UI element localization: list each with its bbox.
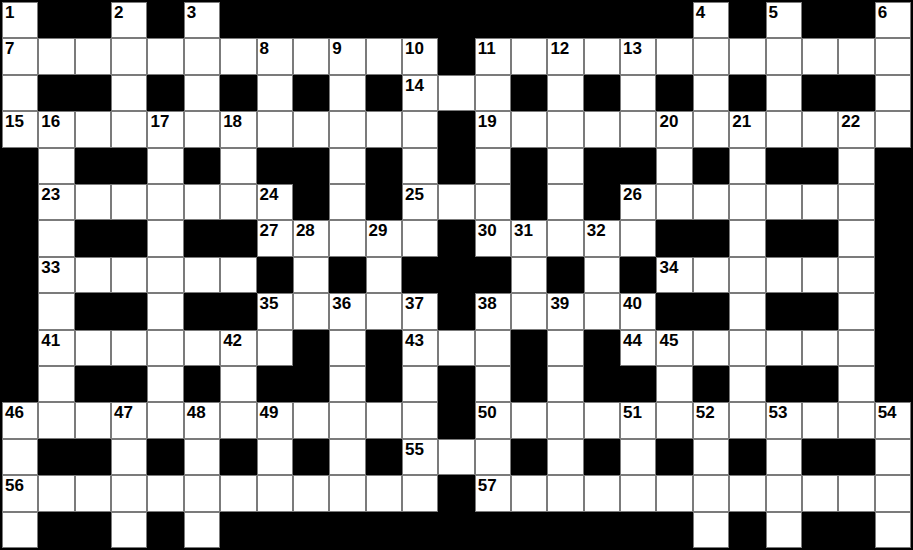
white-cell-r2-c14[interactable]: 11 bbox=[475, 38, 511, 74]
black-cell-r13-c2 bbox=[38, 439, 74, 475]
white-cell-r10-c4[interactable] bbox=[111, 330, 147, 366]
white-cell-r14-c5[interactable] bbox=[147, 475, 183, 511]
white-cell-r14-c24[interactable] bbox=[838, 475, 874, 511]
black-cell-r1-c16 bbox=[547, 2, 583, 38]
white-cell-r13-c10[interactable] bbox=[329, 439, 365, 475]
white-cell-r12-c7[interactable] bbox=[220, 402, 256, 438]
white-cell-r7-c11[interactable]: 29 bbox=[366, 220, 402, 256]
white-cell-r14-c11[interactable] bbox=[366, 475, 402, 511]
white-cell-r3-c6[interactable] bbox=[184, 75, 220, 111]
white-cell-r14-c16[interactable] bbox=[547, 475, 583, 511]
white-cell-r8-c20[interactable] bbox=[693, 257, 729, 293]
white-cell-r10-c23[interactable] bbox=[802, 330, 838, 366]
white-cell-r6-c14[interactable] bbox=[475, 184, 511, 220]
white-cell-r6-c21[interactable] bbox=[729, 184, 765, 220]
white-cell-r4-c14[interactable]: 19 bbox=[475, 111, 511, 147]
white-cell-r13-c20[interactable] bbox=[693, 439, 729, 475]
white-cell-r7-c24[interactable] bbox=[838, 220, 874, 256]
white-cell-r1-c25[interactable]: 6 bbox=[875, 2, 911, 38]
white-cell-r2-c25[interactable] bbox=[875, 38, 911, 74]
white-cell-r13-c16[interactable] bbox=[547, 439, 583, 475]
white-cell-r8-c2[interactable]: 33 bbox=[38, 257, 74, 293]
black-cell-r8-c13 bbox=[438, 257, 474, 293]
black-cell-r4-c13 bbox=[438, 111, 474, 147]
white-cell-r9-c9[interactable] bbox=[293, 293, 329, 329]
white-cell-r2-c19[interactable] bbox=[656, 38, 692, 74]
white-cell-r8-c7[interactable] bbox=[220, 257, 256, 293]
white-cell-r7-c10[interactable] bbox=[329, 220, 365, 256]
white-cell-r10-c5[interactable] bbox=[147, 330, 183, 366]
white-cell-r5-c12[interactable] bbox=[402, 148, 438, 184]
white-cell-r6-c24[interactable] bbox=[838, 184, 874, 220]
white-cell-r12-c2[interactable] bbox=[38, 402, 74, 438]
white-cell-r5-c7[interactable] bbox=[220, 148, 256, 184]
black-cell-r11-c15 bbox=[511, 366, 547, 402]
white-cell-r13-c22[interactable] bbox=[766, 439, 802, 475]
white-cell-r4-c2[interactable]: 16 bbox=[38, 111, 74, 147]
black-cell-r15-c10 bbox=[329, 512, 365, 548]
black-cell-r7-c13 bbox=[438, 220, 474, 256]
white-cell-r13-c8[interactable] bbox=[257, 439, 293, 475]
white-cell-r9-c15[interactable] bbox=[511, 293, 547, 329]
white-cell-r12-c18[interactable]: 51 bbox=[620, 402, 656, 438]
white-cell-r12-c1[interactable]: 46 bbox=[2, 402, 38, 438]
white-cell-r12-c24[interactable] bbox=[838, 402, 874, 438]
white-cell-r1-c1[interactable]: 1 bbox=[2, 2, 38, 38]
white-cell-r12-c4[interactable]: 47 bbox=[111, 402, 147, 438]
white-cell-r14-c8[interactable] bbox=[257, 475, 293, 511]
clue-number: 16 bbox=[41, 112, 60, 131]
white-cell-r10-c13[interactable] bbox=[438, 330, 474, 366]
clue-number: 4 bbox=[696, 3, 705, 22]
white-cell-r3-c14[interactable] bbox=[475, 75, 511, 111]
white-cell-r13-c6[interactable] bbox=[184, 439, 220, 475]
black-cell-r9-c23 bbox=[802, 293, 838, 329]
white-cell-r12-c9[interactable] bbox=[293, 402, 329, 438]
white-cell-r4-c10[interactable] bbox=[329, 111, 365, 147]
clue-number: 56 bbox=[5, 476, 24, 495]
white-cell-r2-c1[interactable]: 7 bbox=[2, 38, 38, 74]
clue-number: 28 bbox=[296, 221, 315, 240]
black-cell-r6-c25 bbox=[875, 184, 911, 220]
white-cell-r4-c7[interactable]: 18 bbox=[220, 111, 256, 147]
black-cell-r6-c15 bbox=[511, 184, 547, 220]
white-cell-r7-c21[interactable] bbox=[729, 220, 765, 256]
white-cell-r11-c10[interactable] bbox=[329, 366, 365, 402]
white-cell-r9-c2[interactable] bbox=[38, 293, 74, 329]
white-cell-r11-c24[interactable] bbox=[838, 366, 874, 402]
white-cell-r1-c6[interactable]: 3 bbox=[184, 2, 220, 38]
black-cell-r5-c15 bbox=[511, 148, 547, 184]
white-cell-r14-c9[interactable] bbox=[293, 475, 329, 511]
white-cell-r8-c3[interactable] bbox=[75, 257, 111, 293]
black-cell-r13-c21 bbox=[729, 439, 765, 475]
black-cell-r11-c6 bbox=[184, 366, 220, 402]
white-cell-r2-c23[interactable] bbox=[802, 38, 838, 74]
white-cell-r10-c20[interactable] bbox=[693, 330, 729, 366]
white-cell-r7-c16[interactable] bbox=[547, 220, 583, 256]
black-cell-r7-c4 bbox=[111, 220, 147, 256]
white-cell-r3-c16[interactable] bbox=[547, 75, 583, 111]
white-cell-r9-c24[interactable] bbox=[838, 293, 874, 329]
white-cell-r12-c8[interactable]: 49 bbox=[257, 402, 293, 438]
white-cell-r9-c8[interactable]: 35 bbox=[257, 293, 293, 329]
white-cell-r4-c9[interactable] bbox=[293, 111, 329, 147]
white-cell-r6-c2[interactable]: 23 bbox=[38, 184, 74, 220]
white-cell-r5-c5[interactable] bbox=[147, 148, 183, 184]
clue-number: 7 bbox=[5, 39, 14, 58]
white-cell-r5-c24[interactable] bbox=[838, 148, 874, 184]
white-cell-r14-c19[interactable] bbox=[656, 475, 692, 511]
white-cell-r9-c18[interactable]: 40 bbox=[620, 293, 656, 329]
white-cell-r3-c18[interactable] bbox=[620, 75, 656, 111]
white-cell-r12-c23[interactable] bbox=[802, 402, 838, 438]
white-cell-r1-c22[interactable]: 5 bbox=[766, 2, 802, 38]
white-cell-r4-c24[interactable]: 22 bbox=[838, 111, 874, 147]
black-cell-r15-c13 bbox=[438, 512, 474, 548]
white-cell-r14-c20[interactable] bbox=[693, 475, 729, 511]
white-cell-r6-c20[interactable] bbox=[693, 184, 729, 220]
white-cell-r10-c21[interactable] bbox=[729, 330, 765, 366]
white-cell-r3-c12[interactable]: 14 bbox=[402, 75, 438, 111]
white-cell-r5-c2[interactable] bbox=[38, 148, 74, 184]
white-cell-r10-c2[interactable]: 41 bbox=[38, 330, 74, 366]
white-cell-r4-c11[interactable] bbox=[366, 111, 402, 147]
black-cell-r1-c13 bbox=[438, 2, 474, 38]
white-cell-r12-c10[interactable] bbox=[329, 402, 365, 438]
black-cell-r6-c1 bbox=[2, 184, 38, 220]
white-cell-r2-c20[interactable] bbox=[693, 38, 729, 74]
white-cell-r14-c21[interactable] bbox=[729, 475, 765, 511]
black-cell-r8-c25 bbox=[875, 257, 911, 293]
white-cell-r11-c19[interactable] bbox=[656, 366, 692, 402]
white-cell-r13-c13[interactable] bbox=[438, 439, 474, 475]
clue-number: 15 bbox=[5, 112, 24, 131]
white-cell-r14-c1[interactable]: 56 bbox=[2, 475, 38, 511]
white-cell-r11-c12[interactable] bbox=[402, 366, 438, 402]
clue-number: 37 bbox=[405, 294, 424, 313]
white-cell-r12-c22[interactable]: 53 bbox=[766, 402, 802, 438]
black-cell-r11-c3 bbox=[75, 366, 111, 402]
white-cell-r3-c20[interactable] bbox=[693, 75, 729, 111]
white-cell-r14-c18[interactable] bbox=[620, 475, 656, 511]
white-cell-r11-c5[interactable] bbox=[147, 366, 183, 402]
white-cell-r10-c16[interactable] bbox=[547, 330, 583, 366]
white-cell-r8-c23[interactable] bbox=[802, 257, 838, 293]
white-cell-r10-c18[interactable]: 44 bbox=[620, 330, 656, 366]
white-cell-r7-c5[interactable] bbox=[147, 220, 183, 256]
white-cell-r5-c10[interactable] bbox=[329, 148, 365, 184]
white-cell-r6-c22[interactable] bbox=[766, 184, 802, 220]
white-cell-r2-c4[interactable] bbox=[111, 38, 147, 74]
white-cell-r2-c6[interactable] bbox=[184, 38, 220, 74]
black-cell-r5-c8 bbox=[257, 148, 293, 184]
clue-number: 54 bbox=[878, 403, 897, 422]
white-cell-r12-c14[interactable]: 50 bbox=[475, 402, 511, 438]
white-cell-r4-c15[interactable] bbox=[511, 111, 547, 147]
white-cell-r2-c11[interactable] bbox=[366, 38, 402, 74]
white-cell-r3-c10[interactable] bbox=[329, 75, 365, 111]
clue-number: 44 bbox=[623, 331, 642, 350]
white-cell-r7-c2[interactable] bbox=[38, 220, 74, 256]
white-cell-r7-c8[interactable]: 27 bbox=[257, 220, 293, 256]
white-cell-r7-c18[interactable] bbox=[620, 220, 656, 256]
white-cell-r3-c13[interactable] bbox=[438, 75, 474, 111]
black-cell-r7-c3 bbox=[75, 220, 111, 256]
clue-number: 49 bbox=[260, 403, 279, 422]
clue-number: 36 bbox=[332, 294, 351, 313]
white-cell-r8-c24[interactable] bbox=[838, 257, 874, 293]
white-cell-r8-c5[interactable] bbox=[147, 257, 183, 293]
black-cell-r6-c17 bbox=[584, 184, 620, 220]
white-cell-r4-c8[interactable] bbox=[257, 111, 293, 147]
white-cell-r8-c15[interactable] bbox=[511, 257, 547, 293]
white-cell-r8-c17[interactable] bbox=[584, 257, 620, 293]
white-cell-r4-c20[interactable] bbox=[693, 111, 729, 147]
white-cell-r11-c14[interactable] bbox=[475, 366, 511, 402]
white-cell-r9-c5[interactable] bbox=[147, 293, 183, 329]
white-cell-r4-c22[interactable] bbox=[766, 111, 802, 147]
black-cell-r7-c6 bbox=[184, 220, 220, 256]
black-cell-r5-c18 bbox=[620, 148, 656, 184]
white-cell-r9-c12[interactable]: 37 bbox=[402, 293, 438, 329]
white-cell-r12-c3[interactable] bbox=[75, 402, 111, 438]
black-cell-r9-c7 bbox=[220, 293, 256, 329]
white-cell-r4-c23[interactable] bbox=[802, 111, 838, 147]
white-cell-r2-c16[interactable]: 12 bbox=[547, 38, 583, 74]
white-cell-r2-c21[interactable] bbox=[729, 38, 765, 74]
white-cell-r6-c5[interactable] bbox=[147, 184, 183, 220]
white-cell-r15-c6[interactable] bbox=[184, 512, 220, 548]
clue-number: 46 bbox=[5, 403, 24, 422]
white-cell-r14-c3[interactable] bbox=[75, 475, 111, 511]
white-cell-r10-c8[interactable] bbox=[257, 330, 293, 366]
clue-number: 39 bbox=[550, 294, 569, 313]
white-cell-r14-c17[interactable] bbox=[584, 475, 620, 511]
black-cell-r15-c16 bbox=[547, 512, 583, 548]
black-cell-r1-c11 bbox=[366, 2, 402, 38]
white-cell-r2-c10[interactable]: 9 bbox=[329, 38, 365, 74]
white-cell-r4-c16[interactable] bbox=[547, 111, 583, 147]
white-cell-r12-c11[interactable] bbox=[366, 402, 402, 438]
white-cell-r10-c12[interactable]: 43 bbox=[402, 330, 438, 366]
white-cell-r9-c10[interactable]: 36 bbox=[329, 293, 365, 329]
white-cell-r13-c12[interactable]: 55 bbox=[402, 439, 438, 475]
black-cell-r5-c20 bbox=[693, 148, 729, 184]
white-cell-r14-c4[interactable] bbox=[111, 475, 147, 511]
white-cell-r11-c16[interactable] bbox=[547, 366, 583, 402]
white-cell-r9-c21[interactable] bbox=[729, 293, 765, 329]
clue-number: 5 bbox=[769, 3, 778, 22]
black-cell-r3-c24 bbox=[838, 75, 874, 111]
white-cell-r14-c12[interactable] bbox=[402, 475, 438, 511]
white-cell-r6-c7[interactable] bbox=[220, 184, 256, 220]
white-cell-r4-c5[interactable]: 17 bbox=[147, 111, 183, 147]
white-cell-r2-c5[interactable] bbox=[147, 38, 183, 74]
clue-number: 27 bbox=[260, 221, 279, 240]
clue-number: 3 bbox=[187, 3, 196, 22]
white-cell-r2-c7[interactable] bbox=[220, 38, 256, 74]
white-cell-r13-c14[interactable] bbox=[475, 439, 511, 475]
white-cell-r13-c4[interactable] bbox=[111, 439, 147, 475]
clue-number: 47 bbox=[114, 403, 133, 422]
clue-number: 33 bbox=[41, 258, 60, 277]
white-cell-r2-c17[interactable] bbox=[584, 38, 620, 74]
white-cell-r4-c25[interactable] bbox=[875, 111, 911, 147]
white-cell-r6-c19[interactable] bbox=[656, 184, 692, 220]
white-cell-r7-c17[interactable]: 32 bbox=[584, 220, 620, 256]
white-cell-r9-c16[interactable]: 39 bbox=[547, 293, 583, 329]
white-cell-r10-c3[interactable] bbox=[75, 330, 111, 366]
white-cell-r6-c23[interactable] bbox=[802, 184, 838, 220]
white-cell-r10-c10[interactable] bbox=[329, 330, 365, 366]
white-cell-r6-c3[interactable] bbox=[75, 184, 111, 220]
white-cell-r14-c7[interactable] bbox=[220, 475, 256, 511]
white-cell-r4-c1[interactable]: 15 bbox=[2, 111, 38, 147]
white-cell-r11-c7[interactable] bbox=[220, 366, 256, 402]
black-cell-r1-c2 bbox=[38, 2, 74, 38]
white-cell-r4-c3[interactable] bbox=[75, 111, 111, 147]
white-cell-r10-c7[interactable]: 42 bbox=[220, 330, 256, 366]
white-cell-r2-c3[interactable] bbox=[75, 38, 111, 74]
white-cell-r14-c6[interactable] bbox=[184, 475, 220, 511]
white-cell-r12-c20[interactable]: 52 bbox=[693, 402, 729, 438]
white-cell-r12-c6[interactable]: 48 bbox=[184, 402, 220, 438]
white-cell-r7-c14[interactable]: 30 bbox=[475, 220, 511, 256]
white-cell-r6-c18[interactable]: 26 bbox=[620, 184, 656, 220]
white-cell-r5-c14[interactable] bbox=[475, 148, 511, 184]
white-cell-r8-c9[interactable] bbox=[293, 257, 329, 293]
white-cell-r13-c1[interactable] bbox=[2, 439, 38, 475]
white-cell-r13-c25[interactable] bbox=[875, 439, 911, 475]
white-cell-r2-c2[interactable] bbox=[38, 38, 74, 74]
white-cell-r5-c21[interactable] bbox=[729, 148, 765, 184]
white-cell-r4-c6[interactable] bbox=[184, 111, 220, 147]
white-cell-r10-c24[interactable] bbox=[838, 330, 874, 366]
white-cell-r4-c19[interactable]: 20 bbox=[656, 111, 692, 147]
white-cell-r2-c9[interactable] bbox=[293, 38, 329, 74]
white-cell-r15-c20[interactable] bbox=[693, 512, 729, 548]
white-cell-r10-c19[interactable]: 45 bbox=[656, 330, 692, 366]
white-cell-r4-c21[interactable]: 21 bbox=[729, 111, 765, 147]
white-cell-r9-c17[interactable] bbox=[584, 293, 620, 329]
black-cell-r15-c3 bbox=[75, 512, 111, 548]
white-cell-r2-c15[interactable] bbox=[511, 38, 547, 74]
white-cell-r15-c1[interactable] bbox=[2, 512, 38, 548]
white-cell-r8-c19[interactable]: 34 bbox=[656, 257, 692, 293]
white-cell-r10-c22[interactable] bbox=[766, 330, 802, 366]
black-cell-r1-c10 bbox=[329, 2, 365, 38]
white-cell-r14-c15[interactable] bbox=[511, 475, 547, 511]
white-cell-r2-c8[interactable]: 8 bbox=[257, 38, 293, 74]
black-cell-r13-c24 bbox=[838, 439, 874, 475]
white-cell-r15-c22[interactable] bbox=[766, 512, 802, 548]
white-cell-r14-c25[interactable] bbox=[875, 475, 911, 511]
white-cell-r10-c14[interactable] bbox=[475, 330, 511, 366]
white-cell-r12-c5[interactable] bbox=[147, 402, 183, 438]
white-cell-r14-c2[interactable] bbox=[38, 475, 74, 511]
white-cell-r8-c6[interactable] bbox=[184, 257, 220, 293]
clue-number: 43 bbox=[405, 331, 424, 350]
black-cell-r1-c23 bbox=[802, 2, 838, 38]
white-cell-r7-c15[interactable]: 31 bbox=[511, 220, 547, 256]
white-cell-r6-c4[interactable] bbox=[111, 184, 147, 220]
white-cell-r1-c4[interactable]: 2 bbox=[111, 2, 147, 38]
white-cell-r12-c17[interactable] bbox=[584, 402, 620, 438]
white-cell-r8-c22[interactable] bbox=[766, 257, 802, 293]
white-cell-r2-c24[interactable] bbox=[838, 38, 874, 74]
black-cell-r15-c8 bbox=[257, 512, 293, 548]
white-cell-r6-c16[interactable] bbox=[547, 184, 583, 220]
white-cell-r8-c11[interactable] bbox=[366, 257, 402, 293]
white-cell-r15-c4[interactable] bbox=[111, 512, 147, 548]
white-cell-r4-c17[interactable] bbox=[584, 111, 620, 147]
black-cell-r3-c7 bbox=[220, 75, 256, 111]
white-cell-r14-c10[interactable] bbox=[329, 475, 365, 511]
white-cell-r3-c1[interactable] bbox=[2, 75, 38, 111]
white-cell-r9-c11[interactable] bbox=[366, 293, 402, 329]
white-cell-r3-c4[interactable] bbox=[111, 75, 147, 111]
white-cell-r11-c2[interactable] bbox=[38, 366, 74, 402]
white-cell-r9-c14[interactable]: 38 bbox=[475, 293, 511, 329]
white-cell-r3-c8[interactable] bbox=[257, 75, 293, 111]
white-cell-r12-c15[interactable] bbox=[511, 402, 547, 438]
white-cell-r11-c21[interactable] bbox=[729, 366, 765, 402]
white-cell-r6-c12[interactable]: 25 bbox=[402, 184, 438, 220]
white-cell-r14-c14[interactable]: 57 bbox=[475, 475, 511, 511]
white-cell-r6-c10[interactable] bbox=[329, 184, 365, 220]
white-cell-r4-c12[interactable] bbox=[402, 111, 438, 147]
white-cell-r3-c25[interactable] bbox=[875, 75, 911, 111]
white-cell-r5-c16[interactable] bbox=[547, 148, 583, 184]
white-cell-r12-c12[interactable] bbox=[402, 402, 438, 438]
white-cell-r7-c9[interactable]: 28 bbox=[293, 220, 329, 256]
white-cell-r14-c22[interactable] bbox=[766, 475, 802, 511]
clue-number: 26 bbox=[623, 185, 642, 204]
clue-number: 52 bbox=[696, 403, 715, 422]
white-cell-r1-c20[interactable]: 4 bbox=[693, 2, 729, 38]
white-cell-r3-c22[interactable] bbox=[766, 75, 802, 111]
white-cell-r2-c12[interactable]: 10 bbox=[402, 38, 438, 74]
white-cell-r13-c18[interactable] bbox=[620, 439, 656, 475]
white-cell-r12-c16[interactable] bbox=[547, 402, 583, 438]
white-cell-r2-c22[interactable] bbox=[766, 38, 802, 74]
white-cell-r10-c6[interactable] bbox=[184, 330, 220, 366]
clue-number: 35 bbox=[260, 294, 279, 313]
white-cell-r4-c4[interactable] bbox=[111, 111, 147, 147]
white-cell-r15-c25[interactable] bbox=[875, 512, 911, 548]
white-cell-r12-c21[interactable] bbox=[729, 402, 765, 438]
white-cell-r6-c13[interactable] bbox=[438, 184, 474, 220]
white-cell-r2-c18[interactable]: 13 bbox=[620, 38, 656, 74]
white-cell-r6-c6[interactable] bbox=[184, 184, 220, 220]
white-cell-r8-c4[interactable] bbox=[111, 257, 147, 293]
black-cell-r1-c9 bbox=[293, 2, 329, 38]
black-cell-r3-c5 bbox=[147, 75, 183, 111]
clue-number: 14 bbox=[405, 76, 424, 95]
white-cell-r14-c23[interactable] bbox=[802, 475, 838, 511]
black-cell-r7-c20 bbox=[693, 220, 729, 256]
clue-number: 48 bbox=[187, 403, 206, 422]
white-cell-r6-c8[interactable]: 24 bbox=[257, 184, 293, 220]
white-cell-r12-c25[interactable]: 54 bbox=[875, 402, 911, 438]
black-cell-r1-c5 bbox=[147, 2, 183, 38]
white-cell-r12-c19[interactable] bbox=[656, 402, 692, 438]
white-cell-r4-c18[interactable] bbox=[620, 111, 656, 147]
white-cell-r5-c19[interactable] bbox=[656, 148, 692, 184]
white-cell-r8-c21[interactable] bbox=[729, 257, 765, 293]
white-cell-r7-c12[interactable] bbox=[402, 220, 438, 256]
